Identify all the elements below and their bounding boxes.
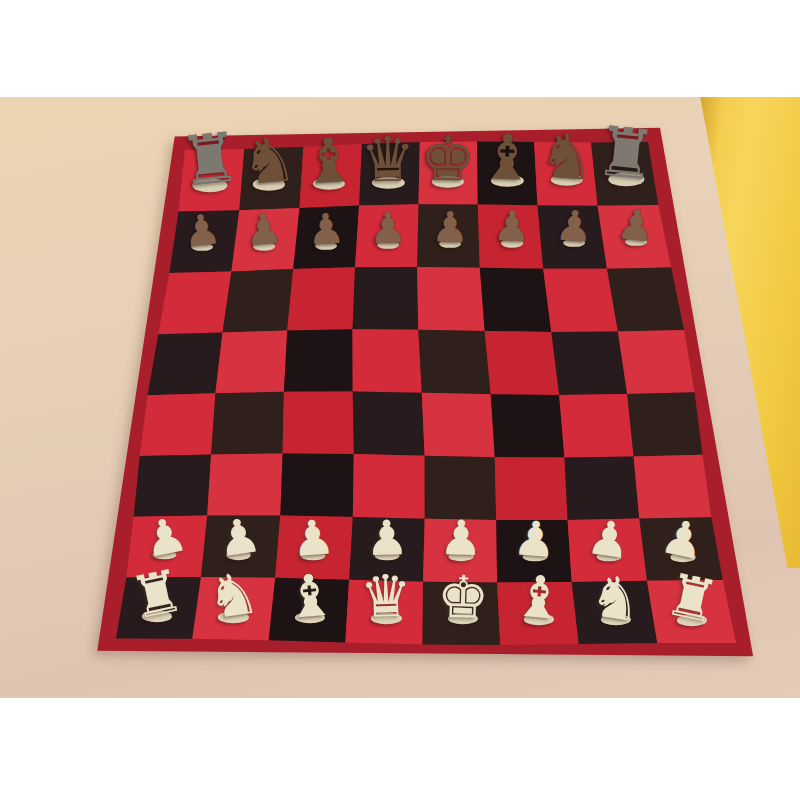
piece-black-pawn-b7: ♟	[244, 207, 285, 252]
piece-black-rook-h8: ♜	[593, 117, 660, 191]
piece-black-pawn-e7: ♟	[431, 207, 469, 249]
piece-white-bishop-c1: ♝	[281, 565, 338, 627]
piece-white-pawn-c2: ♟	[289, 511, 336, 563]
piece-black-pawn-h7: ♟	[615, 203, 657, 249]
piece-white-pawn-g2: ♟	[584, 512, 633, 566]
piece-black-pawn-c7: ♟	[306, 207, 346, 251]
piece-black-pawn-a7: ♟	[181, 208, 223, 254]
piece-white-king-e1: ♚	[436, 567, 490, 627]
piece-white-rook-h1: ♜	[661, 565, 724, 633]
piece-white-bishop-f1: ♝	[511, 566, 568, 628]
piece-white-knight-b1: ♞	[203, 563, 263, 628]
piece-white-pawn-h2: ♟	[657, 511, 709, 567]
piece-black-rook-a8: ♜	[176, 123, 244, 197]
piece-white-pawn-f2: ♟	[511, 512, 558, 564]
piece-white-pawn-a2: ♟	[139, 509, 191, 565]
piece-black-knight-b8: ♞	[239, 128, 299, 194]
piece-black-queen-d8: ♛	[360, 128, 417, 191]
pieces-layer: ♜♞♝♛♚♝♞♜♟♟♟♟♟♟♟♟♟♟♟♟♟♟♟♟♜♞♝♛♚♝♞♜	[0, 97, 800, 698]
piece-black-knight-g8: ♞	[537, 124, 597, 190]
piece-white-pawn-e2: ♟	[439, 513, 483, 562]
piece-white-knight-g1: ♞	[586, 565, 646, 630]
piece-white-queen-d1: ♛	[360, 567, 414, 627]
piece-black-pawn-g7: ♟	[554, 204, 595, 249]
table-photo: ♜♞♝♛♚♝♞♜♟♟♟♟♟♟♟♟♟♟♟♟♟♟♟♟♜♞♝♛♚♝♞♜	[0, 97, 800, 698]
piece-white-pawn-d2: ♟	[364, 513, 408, 562]
piece-black-pawn-d7: ♟	[369, 207, 407, 250]
piece-black-king-e8: ♚	[420, 127, 476, 190]
piece-black-bishop-f8: ♝	[478, 126, 536, 190]
piece-white-rook-a1: ♜	[125, 561, 188, 629]
piece-white-pawn-b2: ♟	[214, 510, 264, 564]
piece-black-bishop-c8: ♝	[299, 128, 357, 193]
piece-black-pawn-f7: ♟	[492, 205, 531, 249]
